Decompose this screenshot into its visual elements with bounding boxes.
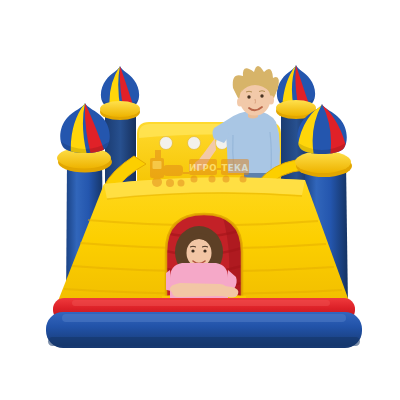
girl-eye — [203, 249, 206, 252]
wagon-wheel — [223, 176, 230, 183]
wagon-wheel — [240, 176, 247, 183]
tower-back-left-collar — [100, 101, 140, 117]
watermark-word-1: ИГРО — [189, 163, 217, 173]
tower-back-right-collar — [276, 100, 316, 116]
base-blue-ring — [46, 312, 362, 348]
train-wheel — [166, 179, 174, 187]
boy-eye — [260, 94, 263, 97]
train-wheel — [178, 180, 185, 187]
tower-front-right-collar — [295, 151, 351, 173]
boy-nose — [255, 99, 256, 104]
train-wheel — [152, 177, 162, 187]
bounce-castle-scene: ИГРО ТЕКА — [0, 0, 400, 400]
blue-ring-shadow — [48, 337, 360, 346]
red-ring-highlight — [72, 300, 330, 306]
bounce-castle-photo: ИГРО ТЕКА Inflatable castle bouncer with… — [0, 0, 400, 400]
boy-eye — [247, 95, 250, 98]
blue-ring-highlight — [62, 314, 346, 322]
wall-hole — [160, 137, 173, 150]
girl-eye — [191, 249, 194, 252]
train-cab-window — [153, 161, 162, 169]
watermark-word-2: ТЕКА — [221, 163, 248, 173]
wagon-wheel — [209, 176, 216, 183]
wall-hole — [188, 137, 201, 150]
train-boiler — [163, 165, 183, 176]
girl-hand — [170, 285, 182, 294]
wagon-wheel — [191, 176, 198, 183]
